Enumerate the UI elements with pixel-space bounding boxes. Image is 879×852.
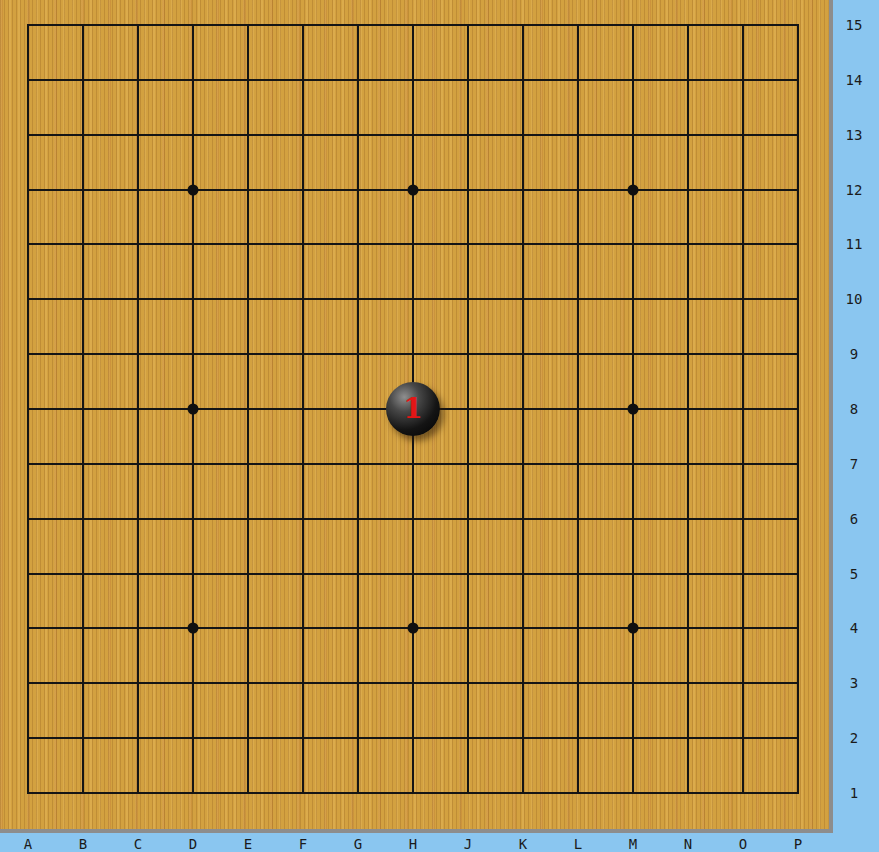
column-label-n: N [677, 836, 699, 852]
row-label-11: 11 [836, 235, 872, 253]
row-label-5: 5 [836, 565, 872, 583]
grid-line-horizontal [27, 518, 799, 520]
row-label-3: 3 [836, 674, 872, 692]
row-label-8: 8 [836, 400, 872, 418]
row-label-13: 13 [836, 126, 872, 144]
column-label-a: A [17, 836, 39, 852]
row-label-9: 9 [836, 345, 872, 363]
star-point-m12 [628, 185, 639, 196]
grid-line-vertical [522, 24, 524, 794]
grid-line-vertical [797, 24, 799, 794]
row-label-12: 12 [836, 181, 872, 199]
star-point-d8 [188, 404, 199, 415]
column-label-d: D [182, 836, 204, 852]
grid-line-vertical [577, 24, 579, 794]
move-number: 1 [403, 395, 422, 423]
grid-line-horizontal [27, 792, 799, 794]
row-label-10: 10 [836, 290, 872, 308]
column-label-o: O [732, 836, 754, 852]
star-point-h4 [408, 623, 419, 634]
star-point-m8 [628, 404, 639, 415]
column-label-f: F [292, 836, 314, 852]
grid-line-vertical [467, 24, 469, 794]
column-label-h: H [402, 836, 424, 852]
row-label-15: 15 [836, 16, 872, 34]
row-label-7: 7 [836, 455, 872, 473]
column-label-l: L [567, 836, 589, 852]
column-label-c: C [127, 836, 149, 852]
column-label-e: E [237, 836, 259, 852]
column-label-g: G [347, 836, 369, 852]
column-label-m: M [622, 836, 644, 852]
column-label-b: B [72, 836, 94, 852]
grid-line-vertical [687, 24, 689, 794]
row-label-1: 1 [836, 784, 872, 802]
star-point-d12 [188, 185, 199, 196]
grid-line-horizontal [27, 682, 799, 684]
star-point-m4 [628, 623, 639, 634]
star-point-h12 [408, 185, 419, 196]
grid-line-horizontal [27, 573, 799, 575]
row-label-4: 4 [836, 619, 872, 637]
row-label-14: 14 [836, 71, 872, 89]
star-point-d4 [188, 623, 199, 634]
column-label-j: J [457, 836, 479, 852]
column-label-p: P [787, 836, 809, 852]
app-background: 1 ABCDEFGHJKLMNOP 151413121110987654321 [0, 0, 879, 852]
grid-line-horizontal [27, 463, 799, 465]
column-label-k: K [512, 836, 534, 852]
row-label-2: 2 [836, 729, 872, 747]
stone-black-h8: 1 [386, 382, 440, 436]
go-board[interactable]: 1 [0, 0, 833, 833]
row-label-6: 6 [836, 510, 872, 528]
grid-line-horizontal [27, 737, 799, 739]
grid-line-vertical [742, 24, 744, 794]
